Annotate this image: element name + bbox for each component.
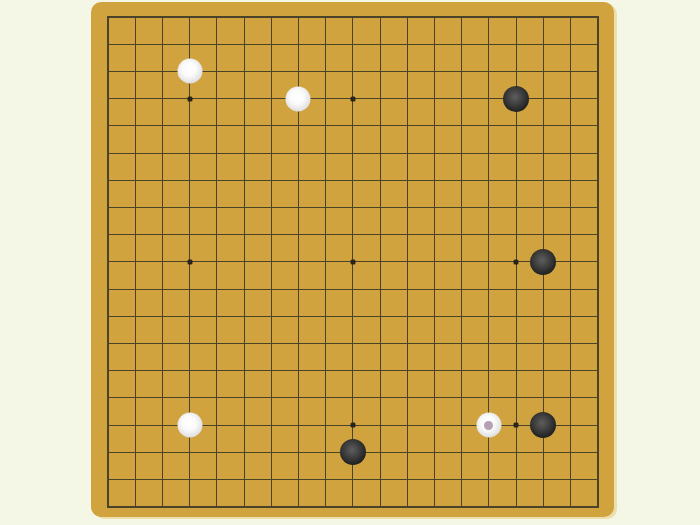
go-board[interactable] bbox=[91, 2, 614, 517]
grid-line-horizontal bbox=[107, 397, 599, 398]
grid-line-horizontal bbox=[107, 343, 599, 344]
star-point-d16 bbox=[187, 96, 192, 101]
grid-line-horizontal bbox=[107, 370, 599, 371]
star-point-k16 bbox=[350, 96, 355, 101]
star-point-k4 bbox=[350, 423, 355, 428]
star-point-q10 bbox=[514, 259, 519, 264]
black-stone-k3 bbox=[340, 439, 366, 465]
white-stone-h16 bbox=[286, 86, 311, 111]
grid-line-vertical bbox=[380, 16, 381, 508]
grid-line-vertical bbox=[461, 16, 462, 508]
grid-line-horizontal bbox=[107, 506, 599, 508]
grid-line-vertical bbox=[597, 16, 599, 508]
black-stone-r10 bbox=[530, 249, 556, 275]
grid-line-vertical bbox=[407, 16, 408, 508]
grid-line-vertical bbox=[570, 16, 571, 508]
grid-line-vertical bbox=[434, 16, 435, 508]
black-stone-q16 bbox=[503, 86, 529, 112]
white-stone-d17 bbox=[177, 59, 202, 84]
white-stone-d4 bbox=[177, 413, 202, 438]
star-point-q4 bbox=[514, 423, 519, 428]
app-background: { "game": "go", "board_size": 19, "windo… bbox=[0, 0, 700, 525]
star-point-k10 bbox=[350, 259, 355, 264]
grid-line-horizontal bbox=[107, 479, 599, 480]
grid-line-horizontal bbox=[107, 289, 599, 290]
star-point-d10 bbox=[187, 259, 192, 264]
grid-line-horizontal bbox=[107, 316, 599, 317]
white-stone-p4 bbox=[476, 413, 501, 438]
black-stone-r4 bbox=[530, 412, 556, 438]
last-move-marker bbox=[484, 421, 493, 430]
